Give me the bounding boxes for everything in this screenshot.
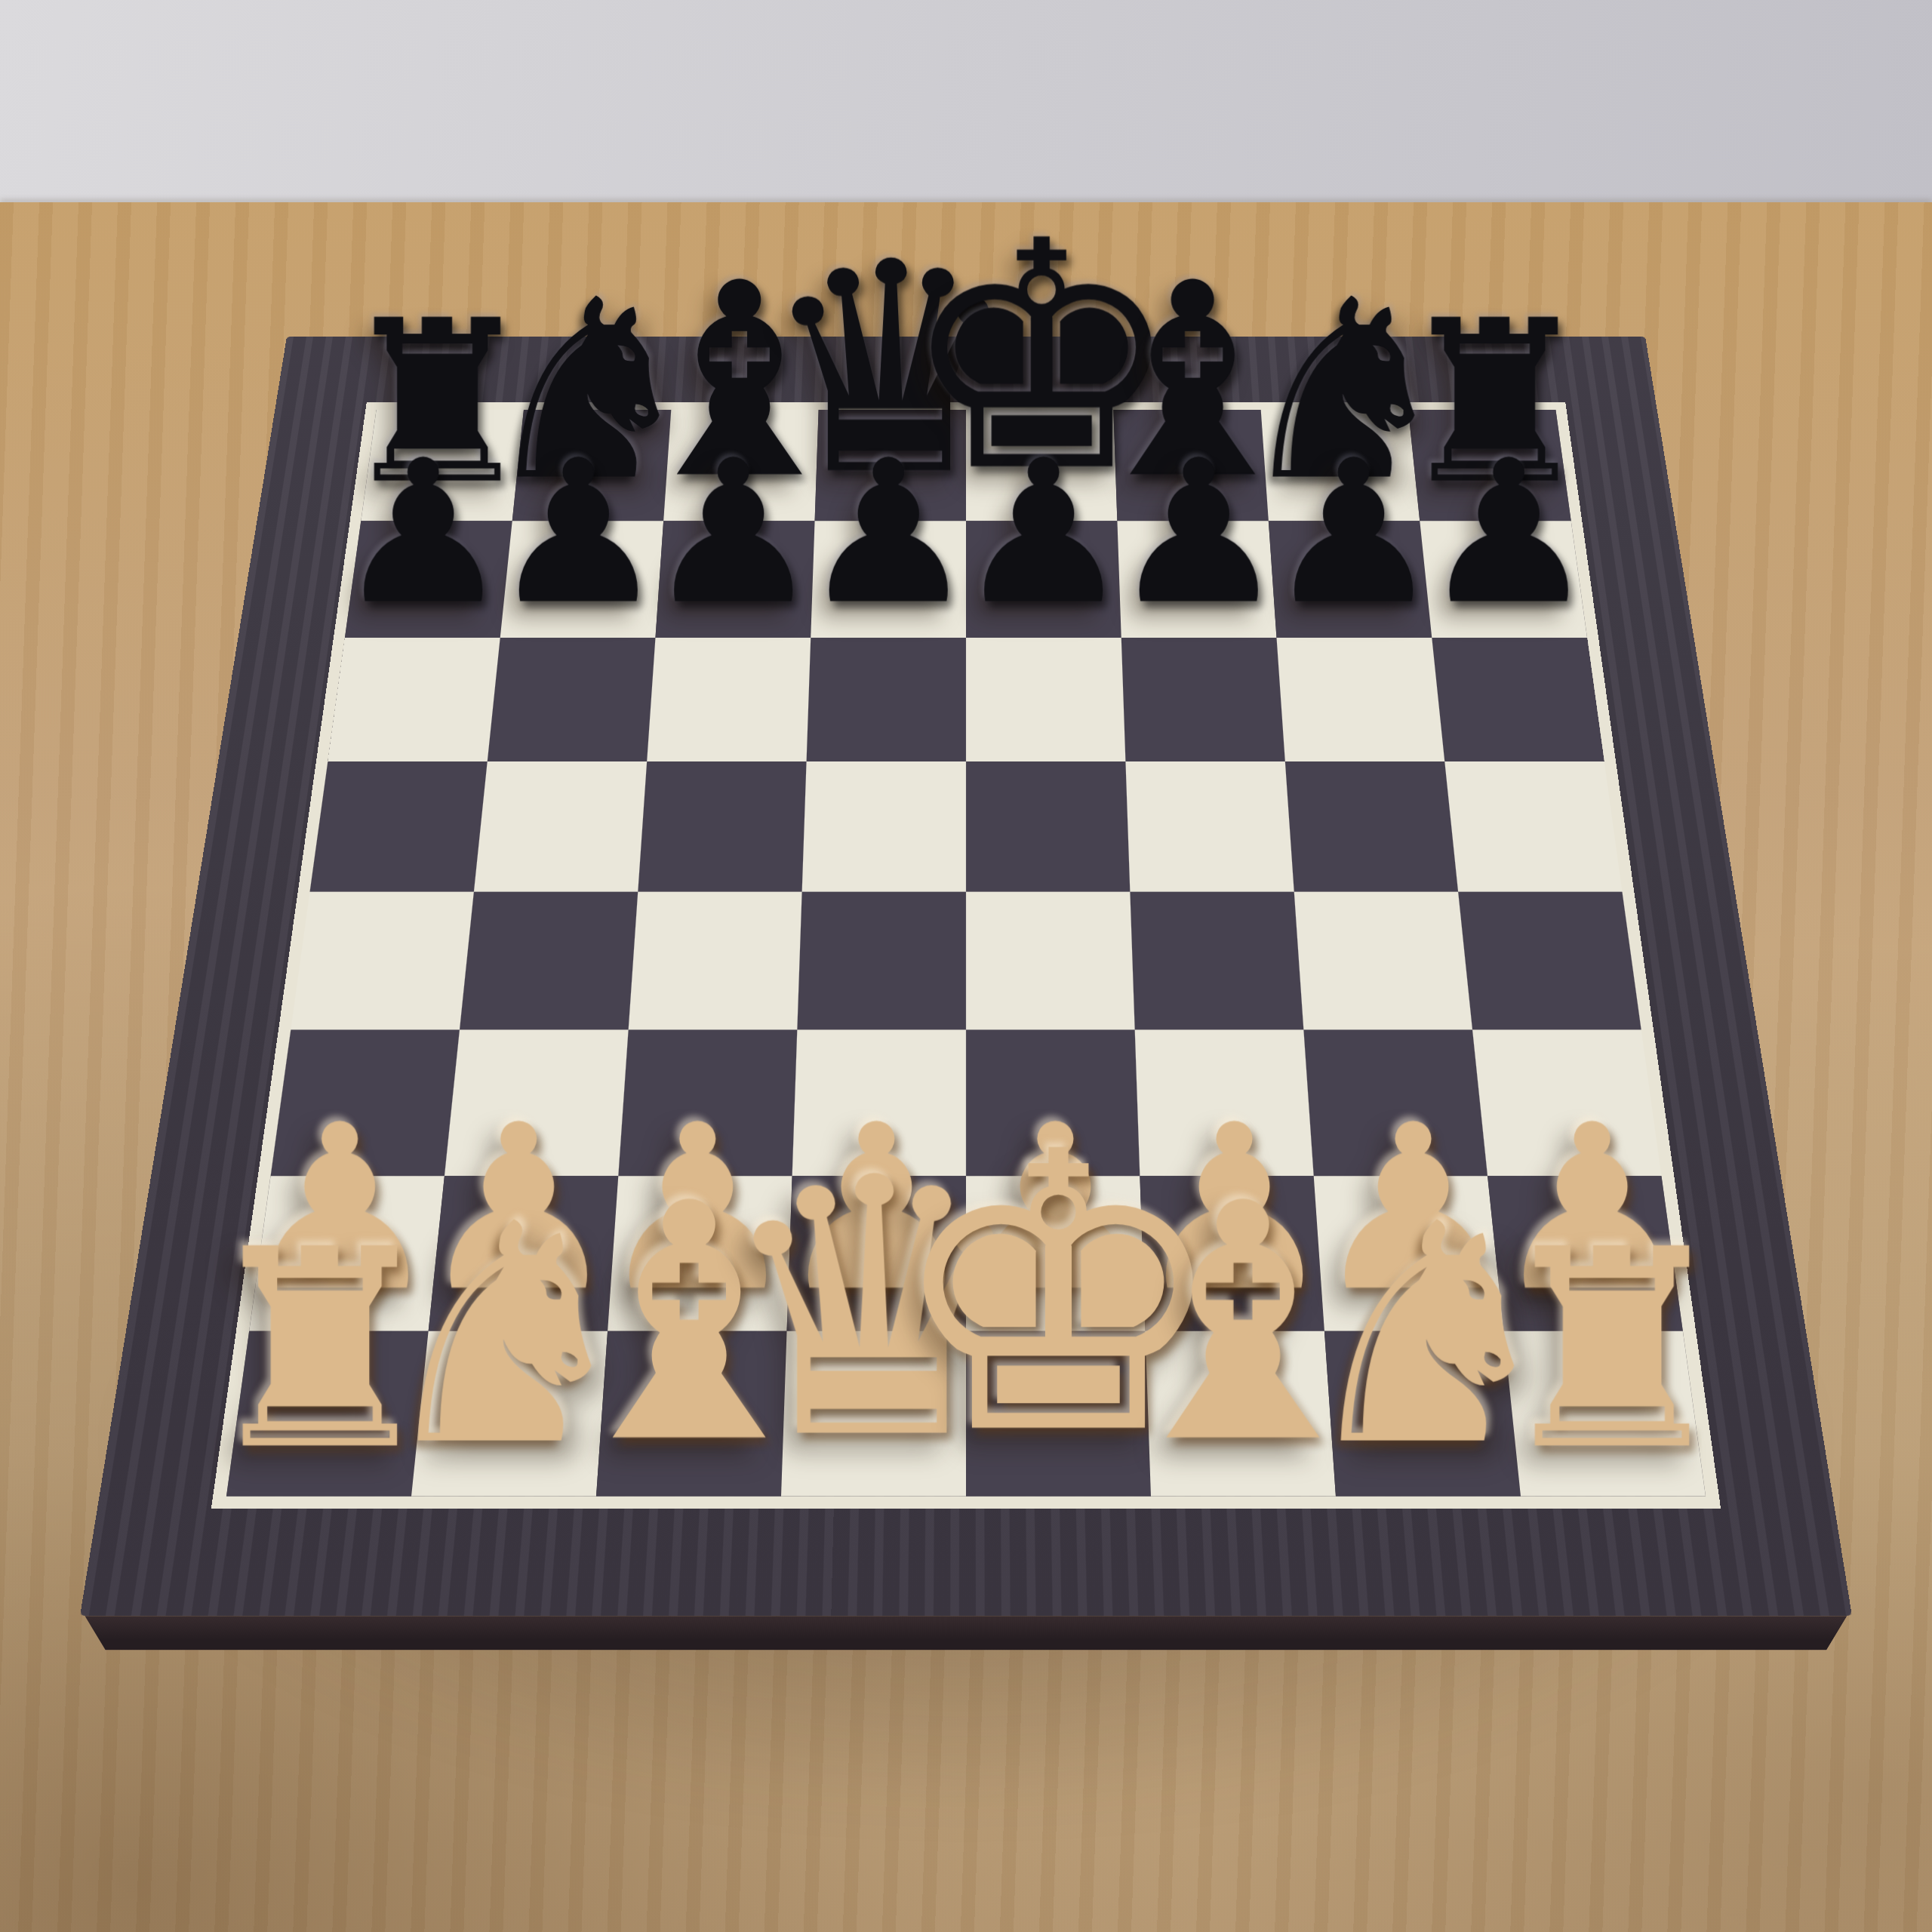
square-a4: [291, 892, 474, 1030]
piece-black-pawn: ♟: [955, 434, 1132, 632]
square-d5: [802, 761, 966, 892]
square-f6: [1121, 638, 1285, 761]
square-e7: ♟: [966, 521, 1121, 638]
photo-scene: ♜♞♝♛♚♝♞♜♟♟♟♟♟♟♟♟♟♟♟♟♟♟♟♟♜♞♝♛♚♝♞♜: [0, 0, 1932, 1932]
square-h5: [1444, 761, 1622, 892]
square-d4: [797, 892, 966, 1030]
square-e6: [966, 638, 1125, 761]
square-d6: [807, 638, 966, 761]
board-front-edge: [85, 1616, 1847, 1650]
square-h1: ♜: [1503, 1331, 1706, 1497]
chess-board: ♜♞♝♛♚♝♞♜♟♟♟♟♟♟♟♟♟♟♟♟♟♟♟♟♜♞♝♛♚♝♞♜: [80, 337, 1852, 1616]
piece-black-pawn: ♟: [334, 434, 512, 632]
piece-black-pawn: ♟: [1265, 434, 1442, 632]
square-a7: ♟: [345, 521, 512, 638]
wall-background: [0, 0, 1932, 202]
square-a6: [328, 638, 500, 761]
piece-black-pawn: ♟: [490, 434, 667, 632]
square-h7: ♟: [1420, 521, 1587, 638]
square-c6: [647, 638, 811, 761]
piece-black-pawn: ♟: [645, 434, 822, 632]
square-g7: ♟: [1269, 521, 1432, 638]
piece-white-rook: ♜: [1489, 1214, 1734, 1487]
square-a5: [310, 761, 488, 892]
square-g4: [1294, 892, 1472, 1030]
board-squares: ♜♞♝♛♚♝♞♜♟♟♟♟♟♟♟♟♟♟♟♟♟♟♟♟♜♞♝♛♚♝♞♜: [211, 402, 1721, 1509]
piece-black-pawn: ♟: [1110, 434, 1287, 632]
square-h4: [1458, 892, 1641, 1030]
square-b5: [474, 761, 647, 892]
square-e5: [966, 761, 1130, 892]
square-f5: [1125, 761, 1294, 892]
square-f7: ♟: [1117, 521, 1276, 638]
square-h6: [1432, 638, 1604, 761]
square-c7: ♟: [655, 521, 814, 638]
square-f4: [1130, 892, 1303, 1030]
piece-black-pawn: ♟: [800, 434, 977, 632]
square-e4: [966, 892, 1135, 1030]
square-d7: ♟: [811, 521, 966, 638]
square-b6: [488, 638, 656, 761]
square-b4: [460, 892, 638, 1030]
square-c4: [629, 892, 802, 1030]
board-perspective-wrapper: ♜♞♝♛♚♝♞♜♟♟♟♟♟♟♟♟♟♟♟♟♟♟♟♟♜♞♝♛♚♝♞♜: [287, 337, 1645, 1695]
square-c5: [638, 761, 806, 892]
square-g6: [1277, 638, 1445, 761]
piece-black-pawn: ♟: [1420, 434, 1598, 632]
square-b7: ♟: [500, 521, 663, 638]
square-g5: [1285, 761, 1458, 892]
